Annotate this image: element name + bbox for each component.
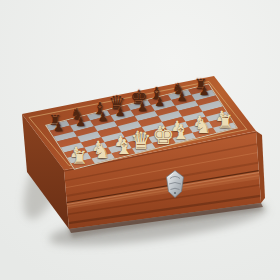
- pieces-layer: ♜♞♝♛♚♝♞♜♟♟♟♟♟♟♟♟♟♟♟♟♟♟♟♟♜♞♝♛♚♝♞♜: [0, 0, 280, 280]
- piece-glyph: ♟: [97, 111, 108, 123]
- piece-glyph: ♟: [75, 116, 86, 128]
- product-photo: ♜♞♝♛♚♝♞♜♟♟♟♟♟♟♟♟♟♟♟♟♟♟♟♟♜♞♝♛♚♝♞♜: [0, 0, 280, 280]
- piece-glyph: ♟: [137, 101, 148, 113]
- piece-glyph: ♟: [199, 86, 210, 98]
- piece-glyph: ♟: [154, 96, 165, 108]
- piece-glyph: ♞: [194, 117, 211, 136]
- piece-glyph: ♞: [93, 143, 110, 162]
- piece-glyph: ♟: [115, 106, 126, 118]
- piece-glyph: ♟: [176, 91, 187, 103]
- piece-glyph: ♛: [130, 129, 152, 153]
- piece-glyph: ♜: [217, 113, 233, 131]
- piece-glyph: ♟: [53, 122, 64, 134]
- piece-glyph: ♜: [71, 149, 87, 167]
- piece-glyph: ♝: [171, 121, 189, 142]
